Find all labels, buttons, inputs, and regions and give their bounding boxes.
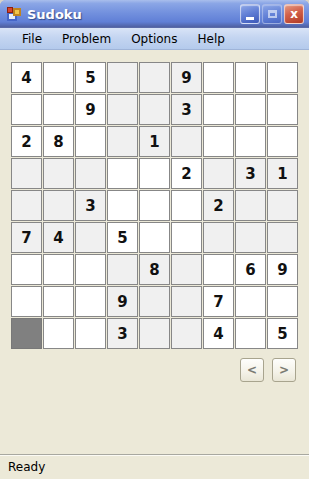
grid-cell[interactable] (11, 286, 42, 317)
app-icon-pane (13, 8, 21, 16)
grid-cell[interactable] (171, 190, 202, 221)
grid-cell[interactable]: 9 (171, 62, 202, 93)
grid-cell[interactable] (75, 254, 106, 285)
grid-cell[interactable] (267, 62, 298, 93)
grid-cell[interactable] (43, 254, 74, 285)
grid-cell[interactable] (43, 318, 74, 349)
caption-buttons: x (240, 4, 304, 24)
grid-cell[interactable] (171, 126, 202, 157)
grid-cell[interactable]: 3 (107, 318, 138, 349)
grid-cell[interactable] (107, 190, 138, 221)
menu-help[interactable]: Help (187, 30, 234, 48)
grid-cell[interactable] (11, 94, 42, 125)
app-icon (6, 6, 22, 22)
grid-cell[interactable] (235, 190, 266, 221)
grid-cell[interactable] (235, 222, 266, 253)
grid-cell[interactable]: 3 (75, 190, 106, 221)
grid-cell[interactable] (107, 126, 138, 157)
grid-cell[interactable] (75, 126, 106, 157)
grid-cell[interactable] (139, 286, 170, 317)
grid-cell[interactable] (267, 286, 298, 317)
grid-cell[interactable]: 7 (203, 286, 234, 317)
grid-cell[interactable] (75, 286, 106, 317)
grid-cell[interactable] (139, 190, 170, 221)
grid-cell[interactable]: 2 (203, 190, 234, 221)
grid-cell[interactable]: 2 (11, 126, 42, 157)
grid-cell[interactable] (43, 286, 74, 317)
grid-cell[interactable] (107, 94, 138, 125)
grid-cell[interactable] (203, 158, 234, 189)
minimize-button[interactable] (240, 4, 260, 24)
grid-cell[interactable] (171, 254, 202, 285)
grid-cell[interactable] (139, 222, 170, 253)
grid-cell[interactable] (171, 318, 202, 349)
grid-cell[interactable] (267, 222, 298, 253)
grid-cell[interactable] (267, 94, 298, 125)
grid-cell[interactable] (43, 158, 74, 189)
grid-cell[interactable] (203, 222, 234, 253)
status-bar: Ready (0, 454, 309, 479)
sudoku-grid: 459932812313274586997345 (11, 62, 298, 349)
menu-problem[interactable]: Problem (52, 30, 121, 48)
menu-options[interactable]: Options (121, 30, 187, 48)
grid-cell[interactable] (235, 62, 266, 93)
grid-cell[interactable] (107, 62, 138, 93)
title-bar: Sudoku x (0, 0, 309, 28)
grid-cell[interactable] (203, 94, 234, 125)
grid-cell[interactable] (139, 318, 170, 349)
grid-cell[interactable]: 3 (235, 158, 266, 189)
grid-cell[interactable] (171, 286, 202, 317)
grid-cell[interactable]: 1 (139, 126, 170, 157)
grid-cell[interactable] (203, 126, 234, 157)
grid-cell[interactable] (203, 254, 234, 285)
grid-cell[interactable]: 1 (267, 158, 298, 189)
grid-cell[interactable]: 7 (11, 222, 42, 253)
grid-cell[interactable] (203, 62, 234, 93)
grid-cell[interactable] (11, 318, 42, 349)
minimize-icon (246, 17, 254, 20)
grid-cell[interactable] (11, 158, 42, 189)
grid-cell[interactable] (235, 286, 266, 317)
app-icon-pane (7, 7, 13, 13)
grid-cell[interactable] (43, 190, 74, 221)
grid-cell[interactable]: 5 (267, 318, 298, 349)
status-text: Ready (8, 460, 45, 474)
grid-cell[interactable]: 9 (267, 254, 298, 285)
maximize-icon (268, 10, 277, 18)
grid-cell[interactable]: 6 (235, 254, 266, 285)
client-area: 459932812313274586997345 < > Ready (0, 50, 309, 479)
grid-cell[interactable] (11, 254, 42, 285)
grid-cell[interactable] (235, 126, 266, 157)
spacer (0, 382, 309, 454)
grid-cell[interactable]: 8 (139, 254, 170, 285)
grid-cell[interactable]: 5 (75, 62, 106, 93)
maximize-button[interactable] (262, 4, 282, 24)
next-button[interactable]: > (272, 358, 296, 382)
grid-cell[interactable] (43, 94, 74, 125)
close-icon: x (290, 8, 298, 20)
grid-cell[interactable]: 2 (171, 158, 202, 189)
grid-cell[interactable]: 3 (171, 94, 202, 125)
grid-cell[interactable] (139, 62, 170, 93)
grid-cell[interactable] (171, 222, 202, 253)
application-window: Sudoku x File Problem Options Help 45993… (0, 0, 309, 479)
grid-cell[interactable] (267, 190, 298, 221)
prev-button[interactable]: < (240, 358, 264, 382)
grid-cell[interactable]: 4 (11, 62, 42, 93)
grid-cell[interactable] (75, 158, 106, 189)
grid-cell[interactable] (75, 222, 106, 253)
grid-cell[interactable] (75, 318, 106, 349)
grid-cell[interactable] (139, 158, 170, 189)
grid-cell[interactable]: 4 (43, 222, 74, 253)
menu-file[interactable]: File (12, 30, 52, 48)
nav-buttons: < > (0, 358, 296, 382)
grid-cell[interactable]: 9 (107, 286, 138, 317)
grid-cell[interactable] (235, 94, 266, 125)
window-title: Sudoku (27, 7, 240, 22)
grid-cell[interactable] (139, 94, 170, 125)
close-button[interactable]: x (284, 4, 304, 24)
grid-cell[interactable] (267, 126, 298, 157)
menu-bar: File Problem Options Help (0, 28, 309, 50)
grid-cell[interactable] (107, 158, 138, 189)
grid-cell[interactable] (11, 190, 42, 221)
grid-cell[interactable] (235, 318, 266, 349)
grid-cell[interactable]: 5 (107, 222, 138, 253)
grid-cell[interactable]: 8 (43, 126, 74, 157)
grid-cell[interactable]: 9 (75, 94, 106, 125)
grid-cell[interactable] (43, 62, 74, 93)
grid-cell[interactable]: 4 (203, 318, 234, 349)
grid-cell[interactable] (107, 254, 138, 285)
